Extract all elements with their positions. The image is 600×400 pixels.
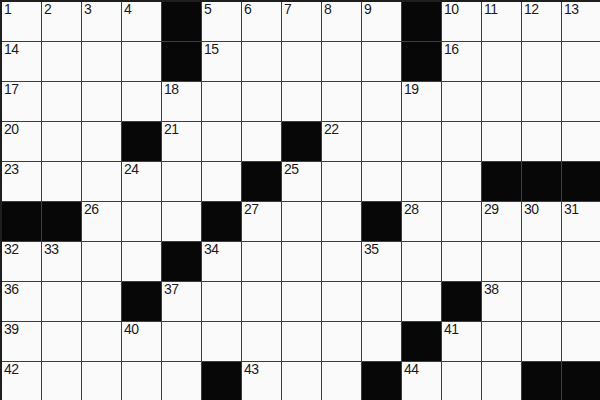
black-cell-r9c9 — [362, 362, 402, 400]
black-cell-r5c0 — [2, 202, 42, 242]
grid-cell-r8c9[interactable] — [362, 322, 402, 362]
grid-cell-r6c7[interactable] — [282, 242, 322, 282]
grid-cell-r5c12[interactable]: 29 — [482, 202, 522, 242]
clue-number-21: 21 — [164, 122, 179, 137]
grid-cell-r1c5[interactable]: 15 — [202, 42, 242, 82]
grid-cell-r6c9[interactable]: 35 — [362, 242, 402, 282]
clue-number-37: 37 — [164, 282, 179, 297]
grid-cell-r2c11[interactable] — [442, 82, 482, 122]
grid-cell-r6c12[interactable] — [482, 242, 522, 282]
grid-cell-r2c0[interactable]: 17 — [2, 82, 42, 122]
clue-number-24: 24 — [124, 162, 139, 177]
grid-cell-r8c4[interactable] — [162, 322, 202, 362]
grid-cell-r3c1[interactable] — [42, 122, 82, 162]
black-cell-r9c13 — [522, 362, 562, 400]
grid-cell-r9c12[interactable] — [482, 362, 522, 400]
grid-cell-r7c7[interactable] — [282, 282, 322, 322]
clue-number-41: 41 — [444, 322, 459, 337]
clue-number-19: 19 — [404, 82, 419, 97]
grid-cell-r0c2[interactable]: 3 — [82, 2, 122, 42]
grid-cell-r0c3[interactable]: 4 — [122, 2, 162, 42]
clue-number-44: 44 — [404, 362, 419, 377]
grid-cell-r0c5[interactable]: 5 — [202, 2, 242, 42]
grid-cell-r1c7[interactable] — [282, 42, 322, 82]
grid-cell-r1c8[interactable] — [322, 42, 362, 82]
grid-cell-r1c3[interactable] — [122, 42, 162, 82]
black-cell-r0c10 — [402, 2, 442, 42]
grid-cell-r4c9[interactable] — [362, 162, 402, 202]
grid-cell-r1c2[interactable] — [82, 42, 122, 82]
grid-cell-r5c13[interactable]: 30 — [522, 202, 562, 242]
grid-cell-r3c9[interactable] — [362, 122, 402, 162]
grid-cell-r3c13[interactable] — [522, 122, 562, 162]
grid-cell-r6c13[interactable] — [522, 242, 562, 282]
grid-cell-r9c8[interactable] — [322, 362, 362, 400]
grid-cell-r3c5[interactable] — [202, 122, 242, 162]
clue-number-23: 23 — [4, 162, 19, 177]
grid-cell-r2c4[interactable]: 18 — [162, 82, 202, 122]
clue-number-3: 3 — [84, 2, 91, 17]
clue-number-26: 26 — [84, 202, 99, 217]
grid-cell-r8c8[interactable] — [322, 322, 362, 362]
clue-number-31: 31 — [564, 202, 579, 217]
grid-cell-r2c10[interactable]: 19 — [402, 82, 442, 122]
grid-cell-r1c6[interactable] — [242, 42, 282, 82]
grid-cell-r7c10[interactable] — [402, 282, 442, 322]
grid-cell-r0c6[interactable]: 6 — [242, 2, 282, 42]
grid-cell-r7c6[interactable] — [242, 282, 282, 322]
grid-cell-r1c0[interactable]: 14 — [2, 42, 42, 82]
black-cell-r1c10 — [402, 42, 442, 82]
grid-cell-r6c0[interactable]: 32 — [2, 242, 42, 282]
grid-cell-r5c11[interactable] — [442, 202, 482, 242]
grid-cell-r2c12[interactable] — [482, 82, 522, 122]
grid-cell-r3c6[interactable] — [242, 122, 282, 162]
grid-cell-r9c10[interactable]: 44 — [402, 362, 442, 400]
clue-number-13: 13 — [564, 2, 579, 17]
clue-number-40: 40 — [124, 322, 139, 337]
clue-number-29: 29 — [484, 202, 499, 217]
clue-number-4: 4 — [124, 2, 131, 17]
black-cell-r9c5 — [202, 362, 242, 400]
grid-cell-r7c4[interactable]: 37 — [162, 282, 202, 322]
grid-cell-r5c2[interactable]: 26 — [82, 202, 122, 242]
clue-number-6: 6 — [244, 2, 251, 17]
grid-cell-r6c2[interactable] — [82, 242, 122, 282]
grid-cell-r2c7[interactable] — [282, 82, 322, 122]
clue-number-28: 28 — [404, 202, 419, 217]
grid-cell-r7c0[interactable]: 36 — [2, 282, 42, 322]
grid-cell-r5c6[interactable]: 27 — [242, 202, 282, 242]
grid-cell-r3c12[interactable] — [482, 122, 522, 162]
black-cell-r3c7 — [282, 122, 322, 162]
grid-cell-r6c1[interactable]: 33 — [42, 242, 82, 282]
black-cell-r9c14 — [562, 362, 600, 400]
grid-cell-r5c8[interactable] — [322, 202, 362, 242]
grid-cell-r5c3[interactable] — [122, 202, 162, 242]
clue-number-38: 38 — [484, 282, 499, 297]
grid-cell-r0c12[interactable]: 11 — [482, 2, 522, 42]
grid-cell-r7c1[interactable] — [42, 282, 82, 322]
black-cell-r0c4 — [162, 2, 202, 42]
grid-cell-r2c6[interactable] — [242, 82, 282, 122]
clue-number-11: 11 — [484, 2, 498, 17]
grid-cell-r6c3[interactable] — [122, 242, 162, 282]
grid-cell-r8c5[interactable] — [202, 322, 242, 362]
grid-cell-r9c4[interactable] — [162, 362, 202, 400]
grid-cell-r3c0[interactable]: 20 — [2, 122, 42, 162]
black-cell-r4c12 — [482, 162, 522, 202]
clue-number-12: 12 — [524, 2, 539, 17]
grid-cell-r0c13[interactable]: 12 — [522, 2, 562, 42]
grid-cell-r2c2[interactable] — [82, 82, 122, 122]
grid-cell-r7c2[interactable] — [82, 282, 122, 322]
clue-number-32: 32 — [4, 242, 19, 257]
grid-cell-r9c7[interactable] — [282, 362, 322, 400]
grid-cell-r2c8[interactable] — [322, 82, 362, 122]
grid-cell-r2c3[interactable] — [122, 82, 162, 122]
grid-cell-r2c5[interactable] — [202, 82, 242, 122]
grid-cell-r6c10[interactable] — [402, 242, 442, 282]
grid-cell-r0c8[interactable]: 8 — [322, 2, 362, 42]
clue-number-14: 14 — [4, 42, 19, 57]
clue-number-35: 35 — [364, 242, 379, 257]
grid-cell-r7c9[interactable] — [362, 282, 402, 322]
grid-cell-r7c14[interactable] — [562, 282, 600, 322]
grid-cell-r6c5[interactable]: 34 — [202, 242, 242, 282]
clue-number-5: 5 — [204, 2, 211, 17]
clue-number-43: 43 — [244, 362, 259, 377]
crossword-grid: 1234567891011121314151617181920212223242… — [0, 0, 600, 400]
clue-number-8: 8 — [324, 2, 331, 17]
crossword-viewport: 1234567891011121314151617181920212223242… — [0, 0, 600, 400]
grid-cell-r6c6[interactable] — [242, 242, 282, 282]
grid-cell-r9c2[interactable] — [82, 362, 122, 400]
clue-number-20: 20 — [4, 122, 19, 137]
grid-cell-r8c0[interactable]: 39 — [2, 322, 42, 362]
clue-number-2: 2 — [44, 2, 51, 17]
black-cell-r5c9 — [362, 202, 402, 242]
grid-cell-r0c14[interactable]: 13 — [562, 2, 600, 42]
black-cell-r5c5 — [202, 202, 242, 242]
grid-cell-r7c8[interactable] — [322, 282, 362, 322]
grid-cell-r1c13[interactable] — [522, 42, 562, 82]
black-cell-r6c4 — [162, 242, 202, 282]
grid-cell-r8c2[interactable] — [82, 322, 122, 362]
grid-cell-r2c14[interactable] — [562, 82, 600, 122]
grid-cell-r4c3[interactable]: 24 — [122, 162, 162, 202]
grid-cell-r5c10[interactable]: 28 — [402, 202, 442, 242]
grid-cell-r0c1[interactable]: 2 — [42, 2, 82, 42]
clue-number-16: 16 — [444, 42, 459, 57]
clue-number-42: 42 — [4, 362, 19, 377]
grid-cell-r6c8[interactable] — [322, 242, 362, 282]
grid-cell-r8c3[interactable]: 40 — [122, 322, 162, 362]
clue-number-33: 33 — [44, 242, 59, 257]
grid-cell-r3c10[interactable] — [402, 122, 442, 162]
grid-cell-r2c9[interactable] — [362, 82, 402, 122]
grid-cell-r4c1[interactable] — [42, 162, 82, 202]
grid-cell-r1c14[interactable] — [562, 42, 600, 82]
black-cell-r4c13 — [522, 162, 562, 202]
black-cell-r4c14 — [562, 162, 600, 202]
grid-cell-r3c8[interactable]: 22 — [322, 122, 362, 162]
clue-number-17: 17 — [4, 82, 19, 97]
clue-number-15: 15 — [204, 42, 219, 57]
clue-number-7: 7 — [284, 2, 291, 17]
grid-cell-r4c11[interactable] — [442, 162, 482, 202]
grid-cell-r7c12[interactable]: 38 — [482, 282, 522, 322]
grid-cell-r3c2[interactable] — [82, 122, 122, 162]
clue-number-18: 18 — [164, 82, 179, 97]
grid-cell-r4c8[interactable] — [322, 162, 362, 202]
clue-number-30: 30 — [524, 202, 539, 217]
grid-cell-r1c11[interactable]: 16 — [442, 42, 482, 82]
grid-cell-r8c13[interactable] — [522, 322, 562, 362]
grid-cell-r0c11[interactable]: 10 — [442, 2, 482, 42]
black-cell-r1c4 — [162, 42, 202, 82]
grid-cell-r3c11[interactable] — [442, 122, 482, 162]
grid-cell-r5c4[interactable] — [162, 202, 202, 242]
black-cell-r4c6 — [242, 162, 282, 202]
clue-number-36: 36 — [4, 282, 19, 297]
grid-cell-r2c13[interactable] — [522, 82, 562, 122]
grid-cell-r9c3[interactable] — [122, 362, 162, 400]
grid-cell-r8c1[interactable] — [42, 322, 82, 362]
grid-cell-r7c13[interactable] — [522, 282, 562, 322]
grid-cell-r3c4[interactable]: 21 — [162, 122, 202, 162]
clue-number-22: 22 — [324, 122, 339, 137]
grid-cell-r9c11[interactable] — [442, 362, 482, 400]
black-cell-r7c11 — [442, 282, 482, 322]
grid-cell-r0c0[interactable]: 1 — [2, 2, 42, 42]
grid-cell-r4c4[interactable] — [162, 162, 202, 202]
grid-cell-r4c10[interactable] — [402, 162, 442, 202]
clue-number-10: 10 — [444, 2, 459, 17]
grid-cell-r1c9[interactable] — [362, 42, 402, 82]
grid-cell-r9c6[interactable]: 43 — [242, 362, 282, 400]
grid-cell-r8c12[interactable] — [482, 322, 522, 362]
clue-number-34: 34 — [204, 242, 219, 257]
black-cell-r8c10 — [402, 322, 442, 362]
grid-cell-r4c5[interactable] — [202, 162, 242, 202]
grid-cell-r0c7[interactable]: 7 — [282, 2, 322, 42]
grid-cell-r4c0[interactable]: 23 — [2, 162, 42, 202]
grid-cell-r4c2[interactable] — [82, 162, 122, 202]
grid-cell-r8c11[interactable]: 41 — [442, 322, 482, 362]
clue-number-27: 27 — [244, 202, 259, 217]
grid-cell-r2c1[interactable] — [42, 82, 82, 122]
grid-cell-r4c7[interactable]: 25 — [282, 162, 322, 202]
grid-cell-r7c5[interactable] — [202, 282, 242, 322]
clue-number-1: 1 — [4, 2, 11, 17]
grid-cell-r1c1[interactable] — [42, 42, 82, 82]
black-cell-r5c1 — [42, 202, 82, 242]
clue-number-25: 25 — [284, 162, 299, 177]
grid-cell-r8c14[interactable] — [562, 322, 600, 362]
black-cell-r3c3 — [122, 122, 162, 162]
grid-cell-r6c14[interactable] — [562, 242, 600, 282]
grid-cell-r5c7[interactable] — [282, 202, 322, 242]
grid-cell-r5c14[interactable]: 31 — [562, 202, 600, 242]
grid-cell-r0c9[interactable]: 9 — [362, 2, 402, 42]
grid-cell-r1c12[interactable] — [482, 42, 522, 82]
grid-cell-r6c11[interactable] — [442, 242, 482, 282]
clue-number-9: 9 — [364, 2, 371, 17]
grid-cell-r9c1[interactable] — [42, 362, 82, 400]
grid-cell-r8c7[interactable] — [282, 322, 322, 362]
grid-cell-r8c6[interactable] — [242, 322, 282, 362]
black-cell-r7c3 — [122, 282, 162, 322]
grid-cell-r3c14[interactable] — [562, 122, 600, 162]
clue-number-39: 39 — [4, 322, 19, 337]
grid-cell-r9c0[interactable]: 42 — [2, 362, 42, 400]
